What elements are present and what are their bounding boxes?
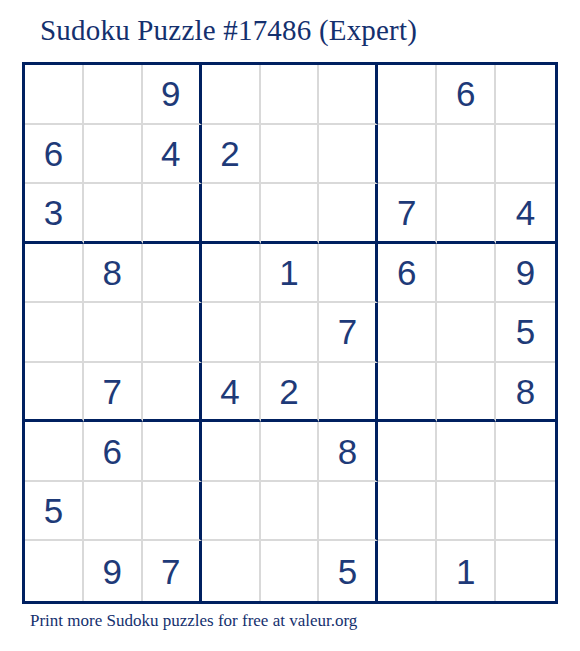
cell-r5c7[interactable] [378, 303, 437, 363]
cell-r6c1[interactable] [25, 363, 84, 423]
cell-r2c1: 6 [25, 125, 84, 185]
cell-r1c7[interactable] [378, 65, 437, 125]
sudoku-board: 9664237481697574286859751 [22, 62, 558, 604]
cell-r9c4[interactable] [202, 541, 261, 601]
cell-r4c3[interactable] [143, 244, 202, 304]
cell-r3c8[interactable] [437, 184, 496, 244]
cell-r7c7[interactable] [378, 422, 437, 482]
cell-r7c6: 8 [319, 422, 378, 482]
cell-r6c7[interactable] [378, 363, 437, 423]
cell-r7c8[interactable] [437, 422, 496, 482]
cell-r8c2[interactable] [84, 482, 143, 542]
cell-r4c8[interactable] [437, 244, 496, 304]
cell-r4c5: 1 [261, 244, 320, 304]
cell-r2c9[interactable] [496, 125, 555, 185]
cell-r1c4[interactable] [202, 65, 261, 125]
cell-r2c2[interactable] [84, 125, 143, 185]
cell-r1c2[interactable] [84, 65, 143, 125]
cell-r7c4[interactable] [202, 422, 261, 482]
cell-r7c5[interactable] [261, 422, 320, 482]
cell-r2c8[interactable] [437, 125, 496, 185]
cell-r5c9: 5 [496, 303, 555, 363]
cell-r5c5[interactable] [261, 303, 320, 363]
cell-r1c6[interactable] [319, 65, 378, 125]
cell-r8c8[interactable] [437, 482, 496, 542]
cell-r1c1[interactable] [25, 65, 84, 125]
cell-r2c5[interactable] [261, 125, 320, 185]
cell-r9c5[interactable] [261, 541, 320, 601]
cell-r6c6[interactable] [319, 363, 378, 423]
cell-r3c3[interactable] [143, 184, 202, 244]
cell-r1c3: 9 [143, 65, 202, 125]
cell-r8c9[interactable] [496, 482, 555, 542]
cell-r6c5: 2 [261, 363, 320, 423]
cell-r5c8[interactable] [437, 303, 496, 363]
cell-r9c8: 1 [437, 541, 496, 601]
cell-r5c2[interactable] [84, 303, 143, 363]
cell-r9c3: 7 [143, 541, 202, 601]
cell-r1c5[interactable] [261, 65, 320, 125]
cell-r2c6[interactable] [319, 125, 378, 185]
page-title: Sudoku Puzzle #17486 (Expert) [40, 14, 417, 47]
cell-r5c4[interactable] [202, 303, 261, 363]
cell-r2c4: 2 [202, 125, 261, 185]
footer-text: Print more Sudoku puzzles for free at va… [30, 611, 357, 631]
sudoku-page: Sudoku Puzzle #17486 (Expert) 9664237481… [0, 0, 580, 651]
cell-r4c4[interactable] [202, 244, 261, 304]
cell-r9c1[interactable] [25, 541, 84, 601]
cell-r3c4[interactable] [202, 184, 261, 244]
cell-r9c6: 5 [319, 541, 378, 601]
cell-r6c8[interactable] [437, 363, 496, 423]
cell-r8c1: 5 [25, 482, 84, 542]
cell-r4c9: 9 [496, 244, 555, 304]
cell-r3c1: 3 [25, 184, 84, 244]
cell-r5c1[interactable] [25, 303, 84, 363]
cell-r4c2: 8 [84, 244, 143, 304]
cell-r5c6: 7 [319, 303, 378, 363]
cell-r3c5[interactable] [261, 184, 320, 244]
cell-r4c6[interactable] [319, 244, 378, 304]
cell-r7c3[interactable] [143, 422, 202, 482]
cell-r4c7: 6 [378, 244, 437, 304]
cell-r9c7[interactable] [378, 541, 437, 601]
cell-r6c3[interactable] [143, 363, 202, 423]
cell-r5c3[interactable] [143, 303, 202, 363]
cell-r9c2: 9 [84, 541, 143, 601]
cell-r3c2[interactable] [84, 184, 143, 244]
cell-r4c1[interactable] [25, 244, 84, 304]
cell-r9c9[interactable] [496, 541, 555, 601]
cell-r6c4: 4 [202, 363, 261, 423]
cell-r2c3: 4 [143, 125, 202, 185]
cell-r3c9: 4 [496, 184, 555, 244]
cell-r8c6[interactable] [319, 482, 378, 542]
cell-r8c7[interactable] [378, 482, 437, 542]
cell-r7c2: 6 [84, 422, 143, 482]
cell-r1c8: 6 [437, 65, 496, 125]
cell-r6c2: 7 [84, 363, 143, 423]
cell-r3c6[interactable] [319, 184, 378, 244]
cell-r2c7[interactable] [378, 125, 437, 185]
cell-r1c9[interactable] [496, 65, 555, 125]
cell-r3c7: 7 [378, 184, 437, 244]
cell-r7c1[interactable] [25, 422, 84, 482]
cell-r8c5[interactable] [261, 482, 320, 542]
cell-r7c9[interactable] [496, 422, 555, 482]
cell-r8c3[interactable] [143, 482, 202, 542]
cell-r6c9: 8 [496, 363, 555, 423]
cell-r8c4[interactable] [202, 482, 261, 542]
